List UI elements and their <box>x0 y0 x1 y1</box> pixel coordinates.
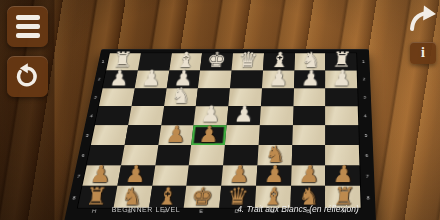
move-status-text: 4. Trait aux Blancs (en réflexion) <box>220 204 376 214</box>
square[interactable] <box>189 145 225 165</box>
square[interactable] <box>198 70 231 88</box>
square[interactable] <box>292 106 325 125</box>
square[interactable] <box>128 106 164 125</box>
app-screen: 12345678 ♜♝♚♛♝♞♜♟♟♟♟♟♟♞♟♟♟♟♞♟♟♟♟♟♟♜♞♝♚♛♝… <box>0 0 440 220</box>
square[interactable] <box>260 106 293 125</box>
piece-wQ[interactable]: ♛ <box>231 49 264 72</box>
piece-wP[interactable]: ♟ <box>262 66 296 89</box>
square[interactable]: ♟ <box>158 125 194 145</box>
square[interactable] <box>91 125 128 145</box>
hamburger-menu-icon <box>16 15 40 20</box>
piece-bP[interactable]: ♟ <box>191 122 227 146</box>
piece-wP[interactable]: ♟ <box>325 66 359 89</box>
square[interactable]: ♟ <box>227 106 261 125</box>
square[interactable] <box>325 88 357 106</box>
square[interactable]: ♝ <box>149 186 187 208</box>
square[interactable] <box>124 125 160 145</box>
square[interactable] <box>292 125 325 145</box>
square[interactable]: ♟ <box>191 125 226 145</box>
rotate-board-button[interactable] <box>7 56 48 97</box>
share-button[interactable] <box>407 3 438 33</box>
piece-wP[interactable]: ♟ <box>226 103 261 127</box>
square[interactable] <box>95 106 131 125</box>
share-icon <box>407 3 438 33</box>
square[interactable]: ♛ <box>232 53 264 70</box>
square[interactable] <box>261 88 294 106</box>
chess-board-3d: 12345678 ♜♝♚♛♝♞♜♟♟♟♟♟♟♞♟♟♟♟♞♟♟♟♟♟♟♜♞♝♚♛♝… <box>64 49 376 220</box>
level-label: BEGINNER LEVEL <box>96 206 196 213</box>
menu-button[interactable] <box>7 6 48 47</box>
rotate-board-icon <box>14 63 41 90</box>
piece-wN[interactable]: ♞ <box>163 84 197 108</box>
square[interactable]: ♞ <box>164 88 199 106</box>
coordinate-label: 3 <box>358 88 371 106</box>
square[interactable]: ♟ <box>135 70 169 88</box>
square[interactable] <box>325 106 358 125</box>
square[interactable] <box>131 88 166 106</box>
coordinate-label: 5 <box>359 125 373 145</box>
square[interactable]: ♚ <box>184 186 221 208</box>
piece-wP[interactable]: ♟ <box>102 66 136 89</box>
square[interactable]: ♚ <box>200 53 233 70</box>
piece-bP[interactable]: ♟ <box>158 122 194 146</box>
piece-wP[interactable]: ♟ <box>134 66 168 89</box>
square[interactable]: ♟ <box>294 70 326 88</box>
board-frame: 12345678 ♜♝♚♛♝♞♜♟♟♟♟♟♟♞♟♟♟♟♞♟♟♟♟♟♟♜♞♝♚♛♝… <box>64 49 376 220</box>
info-icon: i <box>421 46 425 60</box>
square[interactable]: ♟ <box>103 70 138 88</box>
square[interactable]: ♞ <box>113 186 152 208</box>
square[interactable] <box>99 88 135 106</box>
coordinate-label: 4 <box>359 106 372 125</box>
square[interactable] <box>293 88 325 106</box>
square[interactable] <box>230 70 263 88</box>
square[interactable] <box>155 145 191 165</box>
square[interactable]: ♟ <box>325 70 357 88</box>
square[interactable] <box>225 125 260 145</box>
square[interactable]: ♟ <box>262 70 294 88</box>
info-button[interactable]: i <box>410 42 436 64</box>
square[interactable] <box>325 125 358 145</box>
coordinate-label: 2 <box>358 70 371 88</box>
square[interactable]: ♜ <box>78 186 117 208</box>
piece-wK[interactable]: ♚ <box>200 49 233 72</box>
board-grid[interactable]: ♜♝♚♛♝♞♜♟♟♟♟♟♟♞♟♟♟♟♞♟♟♟♟♟♟♜♞♝♚♛♝♞♜ <box>77 53 362 209</box>
piece-wP[interactable]: ♟ <box>294 66 328 89</box>
